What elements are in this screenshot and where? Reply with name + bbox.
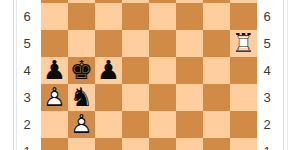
square-d2[interactable] [122,111,149,138]
square-e4[interactable] [149,57,176,84]
piece-black-knight[interactable]: ♞ [68,84,95,111]
rank-label-6: 6 [18,3,36,30]
square-d5[interactable] [122,30,149,57]
square-f5[interactable] [176,30,203,57]
square-c6[interactable] [95,3,122,30]
piece-white-rook[interactable]: ♜♖ [230,30,257,57]
rank-labels-right: 654321 [258,3,276,150]
rank-label-5: 5 [258,30,276,57]
square-b5[interactable] [68,30,95,57]
square-e3[interactable] [149,84,176,111]
rank-label-3: 3 [258,84,276,111]
square-f6[interactable] [176,3,203,30]
square-d1[interactable] [122,138,149,150]
square-f4[interactable] [176,57,203,84]
square-h4[interactable] [230,57,257,84]
pawn-icon: ♙ [68,111,95,138]
square-e2[interactable] [149,111,176,138]
chess-board[interactable]: ♜♖♟♚♟♟♙♞♟♙ [41,0,257,150]
square-g3[interactable] [203,84,230,111]
square-h3[interactable] [230,84,257,111]
square-d4[interactable] [122,57,149,84]
square-a3[interactable]: ♟♙ [41,84,68,111]
rank-label-1: 1 [18,138,36,150]
square-a5[interactable] [41,30,68,57]
panel-divider-line [283,0,284,150]
square-b4[interactable]: ♚ [68,57,95,84]
piece-black-pawn[interactable]: ♟ [41,57,68,84]
square-e6[interactable] [149,3,176,30]
piece-white-pawn[interactable]: ♟♙ [41,84,68,111]
rank-label-1: 1 [258,138,276,150]
rank-label-3: 3 [18,84,36,111]
square-h5[interactable]: ♜♖ [230,30,257,57]
square-c2[interactable] [95,111,122,138]
square-c5[interactable] [95,30,122,57]
square-g5[interactable] [203,30,230,57]
square-c4[interactable]: ♟ [95,57,122,84]
rank-label-2: 2 [258,111,276,138]
square-b3[interactable]: ♞ [68,84,95,111]
panel-divider-line [16,0,17,150]
rank-labels-left: 654321 [18,3,36,150]
square-a6[interactable] [41,3,68,30]
panel-divider-line [287,0,288,150]
square-a4[interactable]: ♟ [41,57,68,84]
square-f2[interactable] [176,111,203,138]
square-f1[interactable] [176,138,203,150]
square-f3[interactable] [176,84,203,111]
piece-black-pawn[interactable]: ♟ [95,57,122,84]
rank-label-2: 2 [18,111,36,138]
square-a1[interactable] [41,138,68,150]
square-e1[interactable] [149,138,176,150]
chess-board-panel: 654321 ♜♖♟♚♟♟♙♞♟♙ 654321 [0,0,300,150]
square-c3[interactable] [95,84,122,111]
square-b1[interactable] [68,138,95,150]
rook-icon: ♖ [230,30,257,57]
square-g1[interactable] [203,138,230,150]
rank-label-4: 4 [258,57,276,84]
square-g4[interactable] [203,57,230,84]
square-a2[interactable] [41,111,68,138]
square-b2[interactable]: ♟♙ [68,111,95,138]
pawn-icon: ♙ [41,84,68,111]
square-h1[interactable] [230,138,257,150]
square-h2[interactable] [230,111,257,138]
rank-label-6: 6 [258,3,276,30]
square-e5[interactable] [149,30,176,57]
square-b6[interactable] [68,3,95,30]
square-g6[interactable] [203,3,230,30]
square-h6[interactable] [230,3,257,30]
square-g2[interactable] [203,111,230,138]
square-d3[interactable] [122,84,149,111]
rank-label-5: 5 [18,30,36,57]
piece-white-pawn[interactable]: ♟♙ [68,111,95,138]
panel-divider-line [13,0,14,150]
rank-label-4: 4 [18,57,36,84]
square-c1[interactable] [95,138,122,150]
piece-black-king[interactable]: ♚ [68,57,95,84]
square-d6[interactable] [122,3,149,30]
